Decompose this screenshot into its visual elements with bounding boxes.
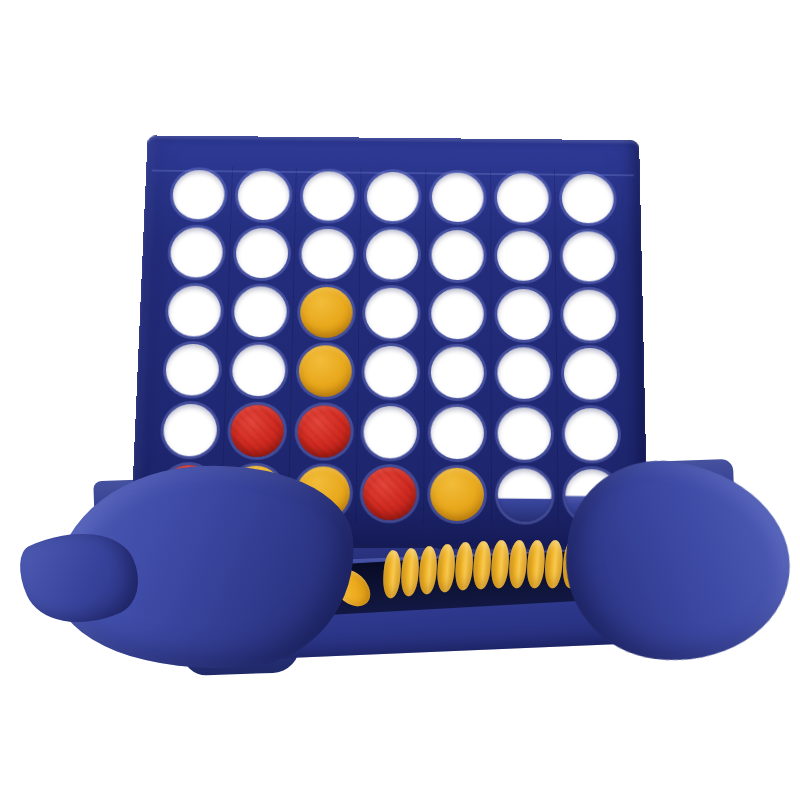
empty-hole — [561, 174, 613, 224]
cell-r6c4[interactable] — [355, 462, 423, 524]
empty-hole — [234, 286, 288, 337]
cell-r4c4[interactable] — [357, 342, 424, 402]
cell-r1c1[interactable] — [165, 166, 232, 224]
empty-hole — [302, 171, 355, 221]
cell-r5c1[interactable] — [156, 400, 225, 461]
empty-hole — [563, 348, 617, 400]
tray-disc — [472, 541, 492, 590]
cell-r3c5[interactable] — [424, 284, 490, 343]
empty-hole — [431, 288, 484, 339]
cell-r6c6[interactable] — [490, 464, 558, 526]
empty-hole — [162, 404, 217, 457]
empty-hole — [169, 227, 223, 277]
tray-disc — [454, 542, 474, 591]
cell-r3c3[interactable] — [292, 282, 359, 341]
cell-r5c6[interactable] — [490, 403, 557, 464]
empty-hole — [497, 347, 550, 399]
empty-hole — [364, 406, 418, 459]
cell-r3c6[interactable] — [490, 284, 556, 343]
yellow-disc — [430, 467, 484, 521]
cell-r3c1[interactable] — [160, 281, 228, 340]
empty-hole — [301, 229, 354, 279]
tray-disc — [490, 540, 510, 589]
cell-r5c7[interactable] — [557, 404, 625, 465]
cell-r3c7[interactable] — [555, 285, 622, 345]
cell-r5c2[interactable] — [222, 400, 290, 461]
cell-r4c2[interactable] — [224, 341, 292, 401]
empty-hole — [235, 228, 288, 278]
empty-hole — [365, 287, 418, 338]
tray-disc — [508, 540, 528, 589]
tray-disc — [400, 548, 420, 597]
cell-r1c3[interactable] — [295, 167, 361, 225]
cell-r1c4[interactable] — [360, 168, 425, 226]
empty-hole — [564, 408, 618, 461]
empty-hole — [497, 231, 549, 281]
tray-disc — [544, 540, 564, 589]
empty-hole — [431, 347, 484, 399]
cell-r1c2[interactable] — [230, 167, 296, 225]
cell-r2c3[interactable] — [294, 225, 360, 284]
yellow-disc-stack — [382, 540, 581, 599]
empty-hole — [497, 289, 550, 340]
empty-hole — [497, 407, 551, 460]
empty-hole — [431, 407, 484, 460]
cell-r1c5[interactable] — [425, 169, 490, 227]
cell-r1c6[interactable] — [490, 169, 555, 227]
empty-hole — [367, 172, 419, 222]
empty-hole — [172, 170, 225, 220]
empty-hole — [432, 173, 484, 223]
tray-disc — [382, 550, 402, 599]
cell-r2c7[interactable] — [555, 227, 621, 286]
cell-r5c3[interactable] — [289, 401, 357, 462]
empty-hole — [432, 230, 484, 280]
cell-r2c2[interactable] — [228, 224, 295, 283]
cell-r2c6[interactable] — [490, 226, 556, 285]
cell-r5c4[interactable] — [356, 402, 423, 463]
cell-r5c5[interactable] — [423, 402, 490, 463]
empty-hole — [498, 468, 552, 522]
empty-hole — [165, 344, 220, 396]
yellow-disc — [299, 287, 352, 338]
empty-hole — [365, 346, 418, 398]
empty-hole — [563, 289, 616, 340]
cell-r4c5[interactable] — [424, 343, 490, 403]
cell-r2c4[interactable] — [359, 225, 425, 284]
empty-hole — [497, 173, 549, 223]
cell-r1c7[interactable] — [554, 170, 620, 228]
cell-r4c3[interactable] — [291, 341, 358, 401]
tray-disc — [436, 544, 456, 593]
cell-r6c5[interactable] — [423, 463, 491, 525]
empty-hole — [562, 231, 615, 281]
red-disc — [363, 467, 417, 521]
connect-four-game — [0, 0, 800, 800]
cell-r3c2[interactable] — [226, 282, 293, 341]
cell-r4c6[interactable] — [490, 343, 557, 403]
cell-r4c7[interactable] — [556, 344, 623, 404]
empty-hole — [232, 345, 286, 397]
cell-r4c1[interactable] — [158, 340, 226, 400]
yellow-disc — [298, 345, 352, 397]
tray-disc — [526, 540, 546, 589]
red-disc — [230, 404, 285, 457]
cell-r3c4[interactable] — [358, 283, 424, 342]
empty-hole — [167, 285, 221, 336]
cell-r2c5[interactable] — [425, 226, 490, 285]
cell-r2c1[interactable] — [163, 223, 230, 282]
empty-hole — [237, 171, 290, 221]
empty-hole — [366, 229, 419, 279]
red-disc — [297, 405, 351, 458]
tray-disc — [418, 546, 438, 595]
